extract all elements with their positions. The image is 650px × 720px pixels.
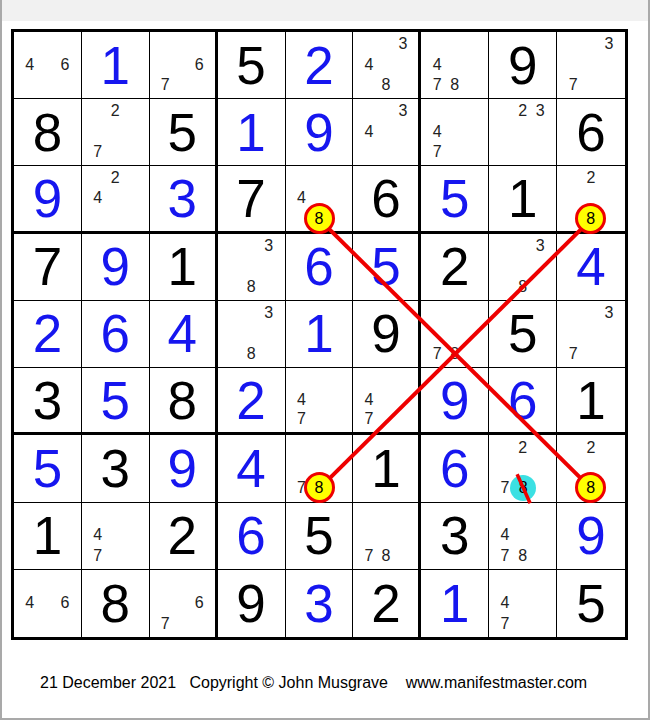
candidates: 67 — [157, 572, 208, 634]
cell-r1c6: 348 — [353, 32, 421, 99]
cell-r7c7: 6 — [421, 435, 489, 502]
solved-digit: 5 — [353, 234, 418, 300]
candidate-8: 8 — [514, 545, 532, 565]
candidate-3: 3 — [600, 303, 618, 323]
candidates: 38 — [496, 236, 549, 297]
cell-r2c7: 47 — [421, 99, 489, 166]
candidate-8: 8 — [242, 276, 260, 296]
candidates: 47 — [428, 101, 481, 162]
candidate-4: 4 — [360, 54, 377, 74]
circled-candidate-8: 8 — [575, 472, 606, 503]
candidate-4: 4 — [293, 390, 311, 410]
candidate-7: 7 — [428, 142, 446, 162]
candidate-4: 4 — [496, 593, 514, 614]
cell-r7c9: 28 — [557, 435, 625, 502]
candidate-2: 2 — [582, 168, 600, 188]
cell-r3c4: 7 — [218, 166, 286, 233]
candidate-3: 3 — [531, 236, 549, 256]
candidate-4: 4 — [293, 188, 311, 208]
sudoku-board: 4616752348478937827519344723692437486512… — [11, 29, 628, 640]
solved-digit: 6 — [286, 234, 353, 300]
cell-r8c1: 1 — [14, 503, 82, 570]
candidate-7: 7 — [89, 142, 107, 162]
cell-r8c4: 6 — [218, 503, 286, 570]
solved-digit: 6 — [82, 301, 149, 367]
given-digit: 1 — [14, 503, 81, 569]
solved-digit: 3 — [150, 166, 215, 230]
cell-r8c8: 478 — [489, 503, 557, 570]
cell-r6c5: 47 — [286, 368, 354, 435]
candidates: 47 — [360, 370, 411, 429]
candidates: 348 — [360, 34, 411, 95]
cell-r4c3: 1 — [150, 234, 218, 301]
given-digit: 6 — [353, 166, 418, 230]
cell-r3c7: 5 — [421, 166, 489, 233]
candidate-8: 8 — [446, 75, 464, 95]
cell-r7c6: 1 — [353, 435, 421, 502]
candidate-8: 8 — [377, 75, 394, 95]
solved-digit: 2 — [14, 301, 81, 367]
candidate-8: 8 — [446, 344, 464, 364]
candidate-6: 6 — [56, 593, 74, 614]
cell-r6c2: 5 — [82, 368, 150, 435]
solved-digit: 5 — [421, 166, 488, 230]
given-digit: 3 — [82, 435, 149, 501]
cell-r5c9: 37 — [557, 301, 625, 368]
cell-r8c7: 3 — [421, 503, 489, 570]
candidate-7: 7 — [428, 75, 446, 95]
solved-digit: 5 — [14, 435, 81, 501]
page: 4616752348478937827519344723692437486512… — [0, 0, 650, 720]
given-digit: 6 — [557, 99, 625, 165]
candidate-7: 7 — [157, 75, 174, 95]
solved-digit: 9 — [82, 234, 149, 300]
candidate-4: 4 — [496, 525, 514, 545]
top-band — [2, 0, 648, 21]
candidates: 38 — [225, 236, 278, 297]
solved-digit: 1 — [421, 570, 488, 637]
given-digit: 3 — [14, 368, 81, 432]
candidate-7: 7 — [496, 545, 514, 565]
candidate-3: 3 — [260, 236, 278, 256]
cell-r6c9: 1 — [557, 368, 625, 435]
solved-digit: 9 — [14, 166, 81, 230]
solved-digit: 4 — [218, 435, 285, 501]
candidate-4: 4 — [428, 54, 446, 74]
candidates: 47 — [496, 572, 549, 634]
candidates: 37 — [564, 34, 618, 95]
candidates: 78 — [360, 505, 411, 566]
solved-digit: 6 — [489, 368, 556, 432]
cell-r4c7: 2 — [421, 234, 489, 301]
cell-r5c1: 2 — [14, 301, 82, 368]
candidate-6: 6 — [56, 54, 74, 74]
circled-candidate-8: 8 — [575, 203, 606, 234]
candidate-2: 2 — [582, 437, 600, 457]
candidate-4: 4 — [21, 54, 39, 74]
cell-r1c7: 478 — [421, 32, 489, 99]
candidate-7: 7 — [89, 545, 107, 565]
candidate-3: 3 — [531, 101, 549, 121]
candidate-2: 2 — [514, 101, 532, 121]
solved-digit: 6 — [218, 503, 285, 569]
candidates: 67 — [157, 34, 208, 95]
cell-r5c7: 78 — [421, 301, 489, 368]
cell-r5c6: 9 — [353, 301, 421, 368]
given-digit: 5 — [489, 301, 556, 367]
cell-r1c5: 2 — [286, 32, 354, 99]
cell-r9c1: 46 — [14, 570, 82, 637]
cell-r1c1: 46 — [14, 32, 82, 99]
cell-r8c2: 47 — [82, 503, 150, 570]
solved-digit: 9 — [150, 435, 215, 501]
candidates: 37 — [564, 303, 618, 364]
candidate-2: 2 — [514, 437, 532, 457]
cell-r1c4: 5 — [218, 32, 286, 99]
cell-r7c2: 3 — [82, 435, 150, 502]
candidates: 46 — [21, 34, 74, 95]
cell-r3c8: 1 — [489, 166, 557, 233]
given-digit: 7 — [218, 166, 285, 230]
solved-digit: 9 — [421, 368, 488, 432]
candidates: 23 — [496, 101, 549, 162]
solved-digit: 3 — [286, 570, 353, 637]
given-digit: 1 — [557, 368, 625, 432]
candidates: 34 — [360, 101, 411, 162]
cell-r9c2: 8 — [82, 570, 150, 637]
candidate-4: 4 — [89, 188, 107, 208]
given-digit: 8 — [82, 570, 149, 637]
cell-r2c1: 8 — [14, 99, 82, 166]
cell-r4c8: 38 — [489, 234, 557, 301]
candidates: 27 — [89, 101, 142, 162]
given-digit: 2 — [353, 570, 418, 637]
candidate-8: 8 — [377, 545, 394, 565]
given-digit: 9 — [353, 301, 418, 367]
candidates: 47 — [293, 370, 346, 429]
candidate-2: 2 — [107, 101, 125, 121]
cell-r2c9: 6 — [557, 99, 625, 166]
cell-r1c2: 1 — [82, 32, 150, 99]
cell-r9c6: 2 — [353, 570, 421, 637]
candidate-7: 7 — [360, 545, 377, 565]
solved-digit: 2 — [218, 368, 285, 432]
solved-digit: 9 — [286, 99, 353, 165]
cell-r9c7: 1 — [421, 570, 489, 637]
cell-r6c7: 9 — [421, 368, 489, 435]
cell-r2c8: 23 — [489, 99, 557, 166]
candidates: 78 — [428, 303, 481, 364]
cell-r1c8: 9 — [489, 32, 557, 99]
candidate-8: 8 — [242, 344, 260, 364]
candidate-4: 4 — [21, 593, 39, 614]
candidates: 47 — [89, 505, 142, 566]
cell-r3c9: 28 — [557, 166, 625, 233]
cell-r2c5: 9 — [286, 99, 354, 166]
circled-candidate-8: 8 — [304, 472, 335, 503]
cell-r5c5: 1 — [286, 301, 354, 368]
given-digit: 2 — [421, 234, 488, 300]
cell-r4c1: 7 — [14, 234, 82, 301]
given-digit: 9 — [489, 32, 556, 98]
cell-r4c6: 5 — [353, 234, 421, 301]
cell-r9c4: 9 — [218, 570, 286, 637]
cell-r6c1: 3 — [14, 368, 82, 435]
cell-r9c5: 3 — [286, 570, 354, 637]
solved-digit: 1 — [82, 32, 149, 98]
candidates: 478 — [496, 505, 549, 566]
candidates: 38 — [225, 303, 278, 364]
candidate-6: 6 — [191, 54, 208, 74]
candidates: 478 — [428, 34, 481, 95]
cell-r2c2: 27 — [82, 99, 150, 166]
candidate-3: 3 — [394, 34, 411, 54]
candidate-3: 3 — [260, 303, 278, 323]
cell-r9c3: 67 — [150, 570, 218, 637]
cell-r9c8: 47 — [489, 570, 557, 637]
circled-candidate-8: 8 — [304, 203, 335, 234]
cell-r1c3: 67 — [150, 32, 218, 99]
cell-r6c4: 2 — [218, 368, 286, 435]
given-digit: 1 — [150, 234, 215, 300]
candidate-2: 2 — [107, 168, 125, 188]
given-digit: 1 — [489, 166, 556, 230]
cell-r3c2: 24 — [82, 166, 150, 233]
given-digit: 5 — [150, 99, 215, 165]
cell-r2c4: 1 — [218, 99, 286, 166]
given-digit: 1 — [353, 435, 418, 501]
cell-r9c9: 5 — [557, 570, 625, 637]
cell-r8c6: 78 — [353, 503, 421, 570]
given-digit: 8 — [14, 99, 81, 165]
cell-r3c6: 6 — [353, 166, 421, 233]
cell-r1c9: 37 — [557, 32, 625, 99]
cell-r6c3: 8 — [150, 368, 218, 435]
cell-r6c6: 47 — [353, 368, 421, 435]
footer-text: 21 December 2021 Copyright © John Musgra… — [40, 674, 587, 692]
cell-r5c2: 6 — [82, 301, 150, 368]
solved-digit: 1 — [218, 99, 285, 165]
cell-r7c8: 278 — [489, 435, 557, 502]
cell-r3c5: 48 — [286, 166, 354, 233]
candidates: 46 — [21, 572, 74, 634]
candidate-7: 7 — [428, 344, 446, 364]
cell-r7c4: 4 — [218, 435, 286, 502]
candidate-8: 8 — [514, 276, 532, 296]
given-digit: 7 — [14, 234, 81, 300]
given-digit: 3 — [421, 503, 488, 569]
solved-digit: 5 — [82, 368, 149, 432]
cell-r6c8: 6 — [489, 368, 557, 435]
candidate-7: 7 — [293, 410, 311, 430]
cell-r7c3: 9 — [150, 435, 218, 502]
given-digit: 9 — [218, 570, 285, 637]
given-digit: 5 — [557, 570, 625, 637]
cell-r4c9: 4 — [557, 234, 625, 301]
solved-digit: 6 — [421, 435, 488, 501]
candidate-4: 4 — [428, 122, 446, 142]
cell-r2c3: 5 — [150, 99, 218, 166]
cell-r5c3: 4 — [150, 301, 218, 368]
solved-digit: 9 — [557, 503, 625, 569]
candidate-7: 7 — [157, 613, 174, 634]
candidate-6: 6 — [191, 593, 208, 614]
solved-digit: 4 — [150, 301, 215, 367]
cell-r7c5: 78 — [286, 435, 354, 502]
cell-r4c4: 38 — [218, 234, 286, 301]
given-digit: 5 — [218, 32, 285, 98]
candidate-7: 7 — [360, 410, 377, 430]
cell-r3c1: 9 — [14, 166, 82, 233]
given-digit: 8 — [150, 368, 215, 432]
cell-r8c9: 9 — [557, 503, 625, 570]
solved-digit: 1 — [286, 301, 353, 367]
cell-r8c5: 5 — [286, 503, 354, 570]
candidate-4: 4 — [360, 122, 377, 142]
candidates: 24 — [89, 168, 142, 227]
candidate-3: 3 — [394, 101, 411, 121]
cell-r3c3: 3 — [150, 166, 218, 233]
given-digit: 5 — [286, 503, 353, 569]
cell-r7c1: 5 — [14, 435, 82, 502]
given-digit: 2 — [150, 503, 215, 569]
cell-r8c3: 2 — [150, 503, 218, 570]
cell-r4c2: 9 — [82, 234, 150, 301]
cell-r2c6: 34 — [353, 99, 421, 166]
candidate-7: 7 — [564, 344, 582, 364]
cell-r5c4: 38 — [218, 301, 286, 368]
candidate-3: 3 — [600, 34, 618, 54]
candidate-4: 4 — [360, 390, 377, 410]
cell-r4c5: 6 — [286, 234, 354, 301]
cell-r5c8: 5 — [489, 301, 557, 368]
candidate-4: 4 — [89, 525, 107, 545]
solved-digit: 4 — [557, 234, 625, 300]
solved-digit: 2 — [286, 32, 353, 98]
candidate-7: 7 — [564, 75, 582, 95]
candidate-7: 7 — [496, 613, 514, 634]
